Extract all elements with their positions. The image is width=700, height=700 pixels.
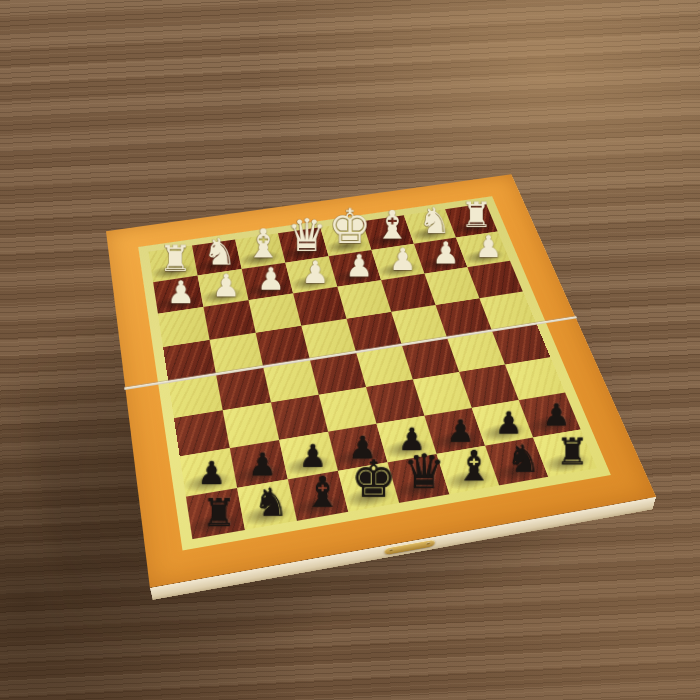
- piece-black-pawn: ♟: [248, 449, 276, 481]
- piece-white-king: ♚: [328, 203, 371, 251]
- square-r7c7: ♜: [533, 429, 597, 476]
- piece-black-bishop: ♝: [455, 446, 492, 488]
- piece-white-bishop: ♝: [245, 224, 281, 264]
- square-r7c6: ♞: [485, 437, 548, 485]
- piece-black-rook: ♜: [555, 433, 588, 470]
- piece-black-pawn: ♟: [542, 400, 569, 431]
- piece-white-rook: ♜: [460, 198, 491, 233]
- piece-black-king: ♚: [350, 454, 396, 505]
- piece-white-bishop: ♝: [374, 206, 409, 245]
- square-r7c1: ♞: [237, 479, 297, 530]
- piece-white-knight: ♞: [203, 233, 236, 270]
- piece-black-knight: ♞: [506, 440, 540, 478]
- piece-black-pawn: ♟: [495, 408, 523, 439]
- piece-white-pawn: ♟: [166, 277, 194, 309]
- piece-white-pawn: ♟: [345, 251, 373, 282]
- square-r7c4: ♛: [388, 454, 450, 503]
- piece-white-pawn: ♟: [301, 257, 329, 288]
- piece-black-pawn: ♟: [197, 458, 225, 490]
- piece-white-pawn: ♟: [212, 270, 240, 301]
- square-r2c1: [203, 300, 255, 340]
- square-r1c6: ♟: [414, 238, 467, 274]
- piece-black-bishop: ♝: [303, 471, 341, 513]
- piece-white-pawn: ♟: [474, 232, 501, 262]
- square-r1c5: ♟: [371, 244, 424, 280]
- square-r5c0: [174, 410, 230, 456]
- square-r7c3: ♚: [338, 462, 399, 512]
- piece-white-pawn: ♟: [256, 264, 284, 295]
- piece-white-knight: ♞: [418, 203, 450, 239]
- piece-black-rook: ♜: [201, 494, 235, 532]
- piece-white-pawn: ♟: [388, 244, 416, 275]
- piece-white-queen: ♛: [286, 213, 326, 258]
- square-r7c5: ♝: [437, 446, 500, 494]
- piece-white-pawn: ♟: [432, 238, 459, 269]
- photo-of-chess-set: ♜♞♝♛♚♝♞♜♟♟♟♟♟♟♟♟♟♟♟♟♟♟♟♟♜♞♝♚♛♝♞♜: [0, 0, 700, 700]
- square-r7c2: ♝: [288, 471, 349, 521]
- square-r5c1: [223, 402, 280, 448]
- square-r1c7: ♟: [456, 231, 510, 267]
- square-r2c2: [249, 293, 302, 332]
- square-r7c0: ♜: [186, 488, 245, 539]
- piece-black-knight: ♞: [253, 484, 288, 523]
- square-r5c5: [413, 372, 472, 416]
- square-r2c3: [293, 287, 346, 326]
- piece-black-queen: ♛: [402, 449, 444, 496]
- piece-white-rook: ♜: [159, 241, 191, 277]
